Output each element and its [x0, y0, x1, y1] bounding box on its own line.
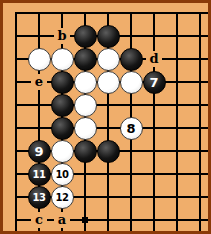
white-stone-move-8: 8 [120, 117, 143, 140]
black-stone-move-7: 7 [143, 71, 166, 94]
grid-line-horizontal [15, 127, 208, 129]
move-number: 11 [33, 169, 46, 180]
grid-line-vertical [199, 12, 201, 231]
white-stone-move-12: 12 [51, 186, 74, 209]
move-number: 8 [126, 121, 135, 136]
white-stone [97, 48, 120, 71]
move-number: 7 [149, 75, 158, 90]
point-label-e: e [31, 74, 47, 90]
white-stone [97, 71, 120, 94]
white-stone [28, 48, 51, 71]
grid-line-horizontal [15, 12, 208, 14]
point-label-d: d [146, 51, 162, 67]
black-stone [51, 94, 74, 117]
grid-line-vertical [176, 12, 178, 231]
black-stone [97, 25, 120, 48]
white-stone-move-10: 10 [51, 163, 74, 186]
black-stone [51, 71, 74, 94]
black-stone [97, 140, 120, 163]
grid-line-horizontal [15, 104, 208, 106]
move-number: 9 [34, 144, 43, 159]
white-stone [74, 94, 97, 117]
white-stone [74, 117, 97, 140]
point-label-b: b [54, 28, 70, 44]
point-label-c: c [31, 212, 47, 228]
move-number: 10 [56, 169, 69, 180]
grid-line-vertical [15, 12, 17, 231]
white-stone [51, 48, 74, 71]
move-number: 13 [33, 192, 46, 203]
move-number: 12 [56, 192, 69, 203]
black-stone [51, 117, 74, 140]
white-stone [51, 140, 74, 163]
black-stone [120, 48, 143, 71]
go-board: 78911101312bdeca [3, 3, 208, 231]
black-stone-move-13: 13 [28, 186, 51, 209]
black-stone-move-9: 9 [28, 140, 51, 163]
black-stone [74, 140, 97, 163]
black-stone [74, 25, 97, 48]
white-stone [120, 71, 143, 94]
hoshi-point [82, 217, 88, 223]
black-stone-move-11: 11 [28, 163, 51, 186]
black-stone [74, 48, 97, 71]
white-stone [74, 71, 97, 94]
point-label-a: a [54, 212, 70, 228]
grid-line-vertical [153, 12, 155, 231]
diagram-frame: 78911101312bdeca [0, 0, 211, 234]
